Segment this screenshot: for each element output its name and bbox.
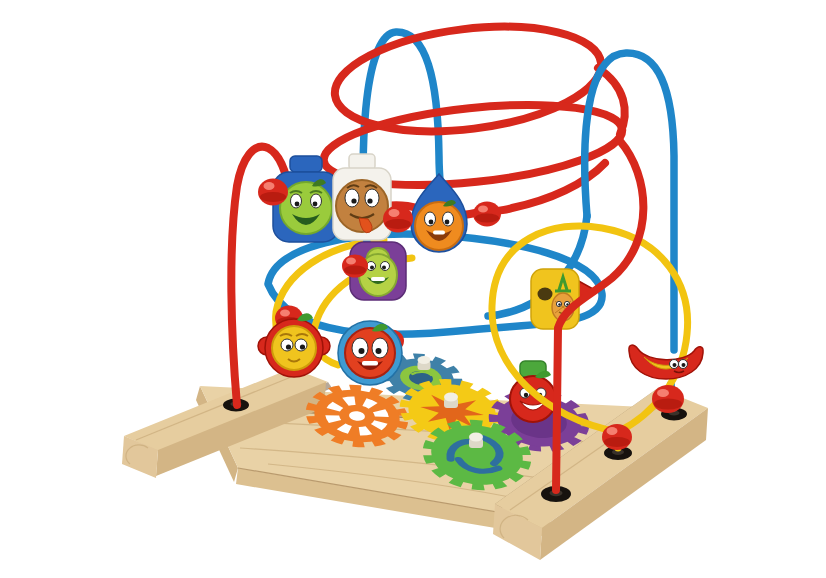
bead xyxy=(258,179,288,206)
bead xyxy=(602,424,632,450)
blue-gear-peg xyxy=(418,356,431,370)
bead xyxy=(342,255,368,278)
bead xyxy=(473,202,501,227)
bead xyxy=(652,385,684,413)
product-photo: Product photo on a white background: a n… xyxy=(40,16,826,578)
yellow-gear-peg xyxy=(444,393,458,409)
bead xyxy=(383,206,413,233)
red-apple-slider xyxy=(338,321,402,385)
green-gear-peg xyxy=(469,433,483,449)
